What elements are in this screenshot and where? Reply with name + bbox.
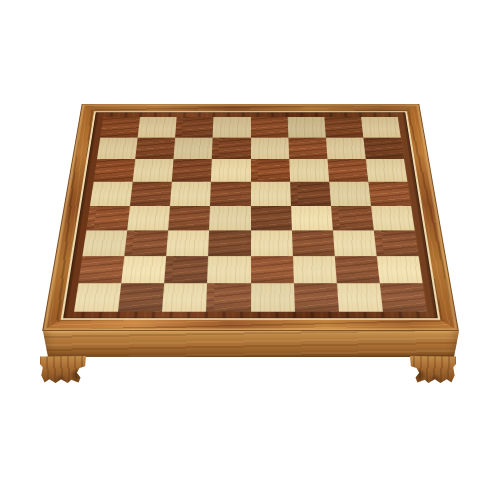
light-square xyxy=(174,138,213,160)
light-square xyxy=(293,256,337,283)
dark-square xyxy=(168,206,210,231)
carved-foot-left xyxy=(40,356,86,383)
light-square xyxy=(213,117,251,138)
light-square xyxy=(366,159,408,182)
board-perspective-wrap xyxy=(42,104,459,331)
light-square xyxy=(166,230,209,256)
light-square xyxy=(97,138,138,160)
dark-square xyxy=(212,138,250,160)
light-square xyxy=(170,182,211,206)
light-square xyxy=(207,256,250,283)
dark-square xyxy=(172,159,212,182)
light-square xyxy=(90,182,133,206)
dark-square xyxy=(210,182,250,206)
carved-foot-right xyxy=(410,356,456,383)
dark-square xyxy=(208,230,250,256)
dark-square xyxy=(206,283,250,311)
board-grid xyxy=(74,117,427,312)
light-square xyxy=(74,283,121,311)
chess-board xyxy=(42,104,459,331)
light-square xyxy=(361,117,401,138)
dark-square xyxy=(374,230,419,256)
light-square xyxy=(251,283,295,311)
dark-square xyxy=(124,230,168,256)
light-square xyxy=(127,206,170,231)
dark-square xyxy=(251,159,290,182)
dark-square xyxy=(331,206,374,231)
light-square xyxy=(291,206,333,231)
dark-square xyxy=(86,206,130,231)
light-square xyxy=(138,117,177,138)
light-square xyxy=(326,138,366,160)
product-photo xyxy=(0,0,500,500)
light-square xyxy=(82,230,127,256)
light-square xyxy=(377,256,423,283)
dark-square xyxy=(324,117,363,138)
light-square xyxy=(289,159,329,182)
dark-square xyxy=(292,230,335,256)
light-square xyxy=(337,283,383,311)
dark-square xyxy=(251,256,294,283)
dark-square xyxy=(164,256,208,283)
light-square xyxy=(251,138,289,160)
light-square xyxy=(121,256,166,283)
light-square xyxy=(333,230,377,256)
front-apron xyxy=(43,331,459,357)
dark-square xyxy=(94,159,136,182)
dark-square xyxy=(368,182,411,206)
dark-square xyxy=(135,138,175,160)
dark-square xyxy=(78,256,124,283)
light-square xyxy=(251,182,291,206)
dark-square xyxy=(363,138,404,160)
light-square xyxy=(133,159,174,182)
dark-square xyxy=(288,138,327,160)
light-square xyxy=(251,230,293,256)
dark-square xyxy=(118,283,164,311)
dark-square xyxy=(130,182,172,206)
light-square xyxy=(371,206,415,231)
dark-square xyxy=(294,283,339,311)
light-square xyxy=(211,159,250,182)
dark-square xyxy=(251,206,292,231)
light-square xyxy=(209,206,250,231)
dark-square xyxy=(335,256,380,283)
dark-square xyxy=(175,117,213,138)
light-square xyxy=(162,283,207,311)
light-square xyxy=(329,182,371,206)
dark-square xyxy=(290,182,331,206)
dark-square xyxy=(327,159,368,182)
dark-square xyxy=(380,283,427,311)
light-square xyxy=(287,117,325,138)
dark-square xyxy=(100,117,140,138)
dark-square xyxy=(251,117,289,138)
